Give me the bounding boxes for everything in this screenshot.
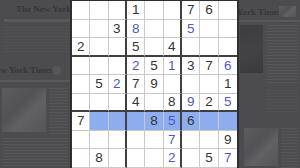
cell-r6c8[interactable]: 2 — [200, 94, 218, 113]
cell-r9c8[interactable]: 5 — [200, 149, 218, 168]
cell-r5c8[interactable] — [200, 75, 218, 94]
cell-r1c9[interactable] — [219, 1, 237, 20]
cell-r8c7[interactable] — [182, 131, 200, 150]
cell-r7c7[interactable]: 6 — [182, 112, 200, 131]
cell-r9c9[interactable]: 7 — [219, 149, 237, 168]
cell-r9c6[interactable]: 2 — [164, 149, 182, 168]
cell-r1c8[interactable]: 6 — [200, 1, 218, 20]
cell-r8c8[interactable] — [200, 131, 218, 150]
cell-r9c2[interactable]: 8 — [90, 149, 108, 168]
cell-r1c6[interactable] — [164, 1, 182, 20]
cell-r8c4[interactable] — [127, 131, 145, 150]
cell-r2c8[interactable] — [200, 20, 218, 39]
cell-r8c6[interactable]: 7 — [164, 131, 182, 150]
text-col-right-top — [266, 25, 298, 85]
cell-r4c3[interactable] — [109, 57, 127, 76]
masthead-rule-right — [239, 20, 300, 22]
cell-r7c3[interactable] — [109, 112, 127, 131]
cell-r1c4[interactable]: 1 — [127, 1, 145, 20]
cell-r6c4[interactable]: 4 — [127, 94, 145, 113]
text-block-left-bottom — [2, 138, 68, 166]
cell-r4c9[interactable]: 6 — [219, 57, 237, 76]
cell-r4c6[interactable]: 1 — [164, 57, 182, 76]
cell-r2c5[interactable] — [145, 20, 163, 39]
cell-r8c5[interactable] — [145, 131, 163, 150]
photo-right-top — [240, 25, 263, 73]
cell-r7c9[interactable] — [219, 112, 237, 131]
cell-r4c2[interactable] — [90, 57, 108, 76]
cell-r8c2[interactable] — [90, 131, 108, 150]
cell-r6c5[interactable] — [145, 94, 163, 113]
text-col-left — [49, 88, 68, 134]
cell-r2c3[interactable]: 3 — [109, 20, 127, 39]
cell-r4c1[interactable] — [72, 57, 90, 76]
cell-r6c2[interactable] — [90, 94, 108, 113]
cell-r8c3[interactable] — [109, 131, 127, 150]
cell-r6c3[interactable] — [109, 94, 127, 113]
text-block-left-top — [4, 27, 68, 53]
cell-r4c8[interactable]: 7 — [200, 57, 218, 76]
cell-r1c5[interactable] — [145, 1, 163, 20]
photo-left — [2, 88, 46, 132]
cell-r2c7[interactable]: 5 — [182, 20, 200, 39]
cell-r6c7[interactable]: 9 — [182, 94, 200, 113]
cell-r8c1[interactable] — [72, 131, 90, 150]
cell-r3c5[interactable] — [145, 38, 163, 57]
nyt-masthead-top-left: The New York Times — [16, 4, 70, 14]
cell-r9c1[interactable] — [72, 149, 90, 168]
cell-r5c7[interactable] — [182, 75, 200, 94]
sudoku-board: 17638525425137652791489257856798257 — [70, 0, 239, 168]
masthead-rule-left — [0, 80, 70, 82]
cell-r1c3[interactable] — [109, 1, 127, 20]
cell-r5c3[interactable]: 2 — [109, 75, 127, 94]
cell-r2c1[interactable] — [72, 20, 90, 39]
cell-r3c3[interactable] — [109, 38, 127, 57]
cell-r3c8[interactable] — [200, 38, 218, 57]
cell-r5c4[interactable]: 7 — [127, 75, 145, 94]
cell-r6c1[interactable] — [72, 94, 90, 113]
cell-r1c2[interactable] — [90, 1, 108, 20]
cell-r7c5[interactable]: 8 — [145, 112, 163, 131]
cell-r2c6[interactable] — [164, 20, 182, 39]
text-col-right-mid — [266, 90, 298, 112]
logo-circle-icon — [52, 66, 61, 75]
cell-r9c7[interactable] — [182, 149, 200, 168]
cell-r9c5[interactable] — [145, 149, 163, 168]
newspaper-right: York Times — [239, 0, 300, 168]
cell-r1c1[interactable] — [72, 1, 90, 20]
cell-r2c9[interactable] — [219, 20, 237, 39]
cell-r6c9[interactable]: 5 — [219, 94, 237, 113]
cell-r9c4[interactable] — [127, 149, 145, 168]
cell-r7c2[interactable] — [90, 112, 108, 131]
cell-r8c9[interactable]: 9 — [219, 131, 237, 150]
cell-r2c2[interactable] — [90, 20, 108, 39]
cell-r3c4[interactable]: 5 — [127, 38, 145, 57]
cell-r5c9[interactable]: 1 — [219, 75, 237, 94]
cell-r5c5[interactable]: 9 — [145, 75, 163, 94]
cell-r7c1[interactable]: 7 — [72, 112, 90, 131]
cell-r5c2[interactable]: 5 — [90, 75, 108, 94]
cell-r7c4[interactable] — [127, 112, 145, 131]
cell-r3c7[interactable] — [182, 38, 200, 57]
cell-r3c2[interactable] — [90, 38, 108, 57]
cell-r7c6[interactable]: 5 — [164, 112, 182, 131]
text-col-right-bottom — [281, 128, 298, 168]
headline-rule-left — [4, 19, 70, 22]
cell-r6c6[interactable]: 8 — [164, 94, 182, 113]
cell-r4c5[interactable]: 5 — [145, 57, 163, 76]
cell-r9c3[interactable] — [109, 149, 127, 168]
photo-right-bottom — [244, 128, 278, 166]
masthead-badge-right — [279, 6, 296, 17]
nyt-masthead-right: York Times — [239, 7, 281, 17]
nyt-masthead-mid-left: New York Times — [0, 65, 53, 75]
cell-r2c4[interactable]: 8 — [127, 20, 145, 39]
cell-r3c6[interactable]: 4 — [164, 38, 182, 57]
cell-r5c1[interactable] — [72, 75, 90, 94]
cell-r3c1[interactable]: 2 — [72, 38, 90, 57]
cell-r7c8[interactable] — [200, 112, 218, 131]
cell-r4c4[interactable]: 2 — [127, 57, 145, 76]
cell-r4c7[interactable]: 3 — [182, 57, 200, 76]
cell-r5c6[interactable] — [164, 75, 182, 94]
newspaper-left: The New York Times New York Times — [0, 0, 70, 168]
cell-r3c9[interactable] — [219, 38, 237, 57]
cell-r1c7[interactable]: 7 — [182, 1, 200, 20]
